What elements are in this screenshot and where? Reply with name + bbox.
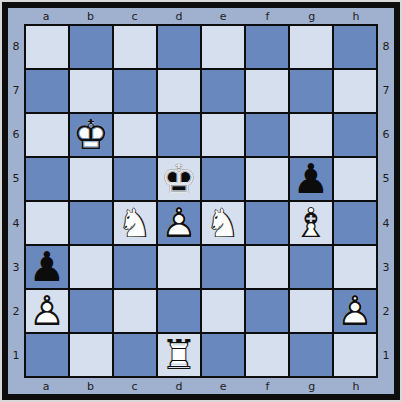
square-b3[interactable]	[70, 246, 112, 288]
square-h4[interactable]	[334, 202, 376, 244]
square-h7[interactable]	[334, 70, 376, 112]
file-label-a: a	[24, 8, 68, 24]
square-c8[interactable]	[114, 26, 156, 68]
piece-black-pawn[interactable]: ♟	[26, 246, 68, 288]
file-label-c: c	[113, 378, 157, 394]
square-h5[interactable]	[334, 158, 376, 200]
white-pawn-glyph-fill: ♟	[158, 202, 200, 244]
square-d2[interactable]	[158, 290, 200, 332]
white-knight-glyph-outline: ♘	[114, 202, 156, 244]
square-c4[interactable]: ♞♘	[114, 202, 156, 244]
file-labels-bottom: abcdefgh	[24, 378, 378, 394]
rank-label-6: 6	[378, 113, 394, 157]
rank-label-8: 8	[378, 24, 394, 68]
rank-label-5: 5	[8, 157, 24, 201]
white-king-glyph-fill: ♚	[70, 114, 112, 156]
white-knight-glyph-fill: ♞	[114, 202, 156, 244]
square-d1[interactable]: ♜♖	[158, 334, 200, 376]
white-pawn-glyph-outline: ♙	[26, 290, 68, 332]
file-label-e: e	[201, 8, 245, 24]
square-d7[interactable]	[158, 70, 200, 112]
square-b6[interactable]: ♚♔	[70, 114, 112, 156]
white-pawn-glyph-fill: ♟	[26, 290, 68, 332]
square-h6[interactable]	[334, 114, 376, 156]
square-d5[interactable]: ♚♔	[158, 158, 200, 200]
rank-label-4: 4	[8, 201, 24, 245]
board-frame: abcdefgh 87654321 ♚♔♚♔♟♞♘♟♙♞♘♝♗♟♟♙♟♙♜♖ 8…	[8, 8, 394, 394]
square-h8[interactable]	[334, 26, 376, 68]
square-a4[interactable]	[26, 202, 68, 244]
black-king-glyph-outline: ♔	[158, 158, 200, 200]
file-label-c: c	[113, 8, 157, 24]
rank-labels-right: 87654321	[378, 24, 394, 378]
rank-label-7: 7	[8, 68, 24, 112]
piece-white-pawn[interactable]: ♟♙	[334, 290, 376, 332]
piece-white-bishop[interactable]: ♝♗	[290, 202, 332, 244]
square-g3[interactable]	[290, 246, 332, 288]
square-d3[interactable]	[158, 246, 200, 288]
square-b1[interactable]	[70, 334, 112, 376]
square-a2[interactable]: ♟♙	[26, 290, 68, 332]
square-c1[interactable]	[114, 334, 156, 376]
rank-label-1: 1	[378, 334, 394, 378]
board-border: abcdefgh 87654321 ♚♔♚♔♟♞♘♟♙♞♘♝♗♟♟♙♟♙♜♖ 8…	[2, 2, 400, 400]
square-f3[interactable]	[246, 246, 288, 288]
white-bishop-glyph-fill: ♝	[290, 202, 332, 244]
white-pawn-glyph-outline: ♙	[334, 290, 376, 332]
square-f7[interactable]	[246, 70, 288, 112]
square-h2[interactable]: ♟♙	[334, 290, 376, 332]
square-c7[interactable]	[114, 70, 156, 112]
square-c6[interactable]	[114, 114, 156, 156]
black-pawn-glyph-fill: ♟	[26, 246, 68, 288]
white-king-glyph-outline: ♔	[70, 114, 112, 156]
frame-corner-top-left	[8, 8, 24, 24]
file-label-h: h	[334, 378, 378, 394]
square-g1[interactable]	[290, 334, 332, 376]
white-rook-glyph-outline: ♖	[158, 334, 200, 376]
square-a3[interactable]: ♟	[26, 246, 68, 288]
square-g8[interactable]	[290, 26, 332, 68]
square-a1[interactable]	[26, 334, 68, 376]
piece-black-king[interactable]: ♚♔	[158, 158, 200, 200]
square-h1[interactable]	[334, 334, 376, 376]
black-king-glyph-fill: ♚	[158, 158, 200, 200]
black-pawn-glyph-fill: ♟	[290, 158, 332, 200]
white-bishop-glyph-outline: ♗	[290, 202, 332, 244]
square-e3[interactable]	[202, 246, 244, 288]
piece-white-pawn[interactable]: ♟♙	[158, 202, 200, 244]
square-f2[interactable]	[246, 290, 288, 332]
square-e4[interactable]: ♞♘	[202, 202, 244, 244]
rank-label-3: 3	[378, 245, 394, 289]
square-c2[interactable]	[114, 290, 156, 332]
piece-white-rook[interactable]: ♜♖	[158, 334, 200, 376]
square-e8[interactable]	[202, 26, 244, 68]
square-c3[interactable]	[114, 246, 156, 288]
square-d6[interactable]	[158, 114, 200, 156]
white-pawn-glyph-outline: ♙	[158, 202, 200, 244]
piece-white-knight[interactable]: ♞♘	[114, 202, 156, 244]
square-a7[interactable]	[26, 70, 68, 112]
square-e5[interactable]	[202, 158, 244, 200]
chess-board: ♚♔♚♔♟♞♘♟♙♞♘♝♗♟♟♙♟♙♜♖	[24, 24, 378, 378]
file-label-h: h	[334, 8, 378, 24]
file-label-b: b	[68, 378, 112, 394]
rank-label-5: 5	[378, 157, 394, 201]
square-e2[interactable]	[202, 290, 244, 332]
square-f8[interactable]	[246, 26, 288, 68]
square-b2[interactable]	[70, 290, 112, 332]
file-label-e: e	[201, 378, 245, 394]
file-label-d: d	[157, 8, 201, 24]
square-a8[interactable]	[26, 26, 68, 68]
square-g6[interactable]	[290, 114, 332, 156]
file-label-g: g	[290, 8, 334, 24]
piece-white-knight[interactable]: ♞♘	[202, 202, 244, 244]
file-label-d: d	[157, 378, 201, 394]
square-b8[interactable]	[70, 26, 112, 68]
rank-labels-left: 87654321	[8, 24, 24, 378]
rank-label-1: 1	[8, 334, 24, 378]
square-g2[interactable]	[290, 290, 332, 332]
rank-label-2: 2	[8, 290, 24, 334]
piece-white-pawn[interactable]: ♟♙	[26, 290, 68, 332]
square-g5[interactable]: ♟	[290, 158, 332, 200]
file-label-g: g	[290, 378, 334, 394]
square-e1[interactable]	[202, 334, 244, 376]
file-label-f: f	[245, 378, 289, 394]
square-d4[interactable]: ♟♙	[158, 202, 200, 244]
file-label-f: f	[245, 8, 289, 24]
piece-white-king[interactable]: ♚♔	[70, 114, 112, 156]
square-g4[interactable]: ♝♗	[290, 202, 332, 244]
rank-label-6: 6	[8, 113, 24, 157]
square-f6[interactable]	[246, 114, 288, 156]
square-e6[interactable]	[202, 114, 244, 156]
rank-label-3: 3	[8, 245, 24, 289]
rank-label-8: 8	[8, 24, 24, 68]
file-labels-top: abcdefgh	[24, 8, 378, 24]
rank-label-7: 7	[378, 68, 394, 112]
white-knight-glyph-outline: ♘	[202, 202, 244, 244]
square-f1[interactable]	[246, 334, 288, 376]
square-f5[interactable]	[246, 158, 288, 200]
square-f4[interactable]	[246, 202, 288, 244]
rank-label-4: 4	[378, 201, 394, 245]
square-b4[interactable]	[70, 202, 112, 244]
file-label-b: b	[68, 8, 112, 24]
square-b7[interactable]	[70, 70, 112, 112]
file-label-a: a	[24, 378, 68, 394]
chess-board-window: abcdefgh 87654321 ♚♔♚♔♟♞♘♟♙♞♘♝♗♟♟♙♟♙♜♖ 8…	[0, 0, 402, 402]
white-knight-glyph-fill: ♞	[202, 202, 244, 244]
square-g7[interactable]	[290, 70, 332, 112]
piece-black-pawn[interactable]: ♟	[290, 158, 332, 200]
square-e7[interactable]	[202, 70, 244, 112]
square-c5[interactable]	[114, 158, 156, 200]
square-a6[interactable]	[26, 114, 68, 156]
square-a5[interactable]	[26, 158, 68, 200]
white-pawn-glyph-fill: ♟	[334, 290, 376, 332]
frame-corner-bottom-right	[378, 378, 394, 394]
square-b5[interactable]	[70, 158, 112, 200]
frame-corner-bottom-left	[8, 378, 24, 394]
white-rook-glyph-fill: ♜	[158, 334, 200, 376]
square-d8[interactable]	[158, 26, 200, 68]
square-h3[interactable]	[334, 246, 376, 288]
frame-corner-top-right	[378, 8, 394, 24]
rank-label-2: 2	[378, 290, 394, 334]
